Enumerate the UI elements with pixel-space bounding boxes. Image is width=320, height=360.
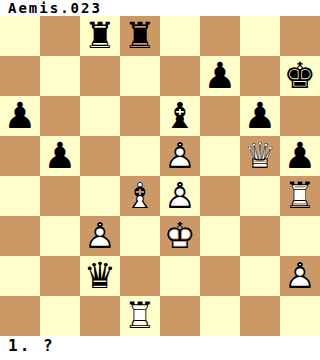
square-b4[interactable] (40, 176, 80, 216)
square-g4[interactable] (240, 176, 280, 216)
square-h2[interactable]: ♟♙ (280, 256, 320, 296)
square-b2[interactable] (40, 256, 80, 296)
white-rook-icon: ♜♖ (280, 176, 320, 216)
piece-solid: ♟ (0, 96, 40, 136)
square-e1[interactable] (160, 296, 200, 336)
square-c5[interactable] (80, 136, 120, 176)
black-pawn-icon: ♟ (40, 136, 80, 176)
piece-solid: ♛ (80, 256, 120, 296)
square-a4[interactable] (0, 176, 40, 216)
square-h5[interactable]: ♟ (280, 136, 320, 176)
chess-board: ♜♜♟♚♟♝♟♟♟♙♛♕♟♝♗♟♙♜♖♟♙♚♔♛♟♙♜♖ (0, 16, 320, 336)
square-g6[interactable]: ♟ (240, 96, 280, 136)
square-d2[interactable] (120, 256, 160, 296)
square-c2[interactable]: ♛ (80, 256, 120, 296)
white-rook-icon: ♜♖ (120, 296, 160, 336)
square-c3[interactable]: ♟♙ (80, 216, 120, 256)
square-c6[interactable] (80, 96, 120, 136)
square-e5[interactable]: ♟♙ (160, 136, 200, 176)
square-e8[interactable] (160, 16, 200, 56)
square-h3[interactable] (280, 216, 320, 256)
square-a1[interactable] (0, 296, 40, 336)
piece-outline: ♗ (120, 176, 160, 216)
black-rook-icon: ♜ (80, 16, 120, 56)
square-a2[interactable] (0, 256, 40, 296)
square-b1[interactable] (40, 296, 80, 336)
square-e3[interactable]: ♚♔ (160, 216, 200, 256)
square-f2[interactable] (200, 256, 240, 296)
square-f3[interactable] (200, 216, 240, 256)
piece-solid: ♚ (280, 56, 320, 96)
square-a5[interactable] (0, 136, 40, 176)
square-b7[interactable] (40, 56, 80, 96)
square-c4[interactable] (80, 176, 120, 216)
black-king-icon: ♚ (280, 56, 320, 96)
white-bishop-icon: ♝♗ (120, 176, 160, 216)
square-h7[interactable]: ♚ (280, 56, 320, 96)
piece-solid: ♟ (280, 136, 320, 176)
black-pawn-icon: ♟ (200, 56, 240, 96)
square-g1[interactable] (240, 296, 280, 336)
square-c7[interactable] (80, 56, 120, 96)
black-queen-icon: ♛ (80, 256, 120, 296)
white-pawn-icon: ♟♙ (80, 216, 120, 256)
square-f5[interactable] (200, 136, 240, 176)
square-b5[interactable]: ♟ (40, 136, 80, 176)
square-g8[interactable] (240, 16, 280, 56)
square-d1[interactable]: ♜♖ (120, 296, 160, 336)
piece-outline: ♙ (160, 176, 200, 216)
square-h6[interactable] (280, 96, 320, 136)
square-g3[interactable] (240, 216, 280, 256)
piece-outline: ♙ (160, 136, 200, 176)
white-queen-icon: ♛♕ (240, 136, 280, 176)
piece-solid: ♝ (160, 96, 200, 136)
piece-outline: ♔ (160, 216, 200, 256)
square-h1[interactable] (280, 296, 320, 336)
square-c1[interactable] (80, 296, 120, 336)
square-e6[interactable]: ♝ (160, 96, 200, 136)
square-d4[interactable]: ♝♗ (120, 176, 160, 216)
square-g2[interactable] (240, 256, 280, 296)
square-a8[interactable] (0, 16, 40, 56)
square-b6[interactable] (40, 96, 80, 136)
square-d5[interactable] (120, 136, 160, 176)
square-b8[interactable] (40, 16, 80, 56)
piece-solid: ♟ (200, 56, 240, 96)
black-pawn-icon: ♟ (0, 96, 40, 136)
square-b3[interactable] (40, 216, 80, 256)
square-d7[interactable] (120, 56, 160, 96)
square-e7[interactable] (160, 56, 200, 96)
black-bishop-icon: ♝ (160, 96, 200, 136)
piece-solid: ♟ (240, 96, 280, 136)
white-pawn-icon: ♟♙ (280, 256, 320, 296)
piece-outline: ♙ (80, 216, 120, 256)
square-d8[interactable]: ♜ (120, 16, 160, 56)
piece-solid: ♜ (80, 16, 120, 56)
black-rook-icon: ♜ (120, 16, 160, 56)
white-pawn-icon: ♟♙ (160, 136, 200, 176)
square-d3[interactable] (120, 216, 160, 256)
piece-solid: ♟ (40, 136, 80, 176)
black-pawn-icon: ♟ (280, 136, 320, 176)
square-h4[interactable]: ♜♖ (280, 176, 320, 216)
piece-outline: ♖ (280, 176, 320, 216)
square-a3[interactable] (0, 216, 40, 256)
piece-outline: ♖ (120, 296, 160, 336)
square-f7[interactable]: ♟ (200, 56, 240, 96)
square-e2[interactable] (160, 256, 200, 296)
square-f1[interactable] (200, 296, 240, 336)
square-h8[interactable] (280, 16, 320, 56)
black-pawn-icon: ♟ (240, 96, 280, 136)
piece-outline: ♕ (240, 136, 280, 176)
square-a7[interactable] (0, 56, 40, 96)
square-f4[interactable] (200, 176, 240, 216)
square-f6[interactable] (200, 96, 240, 136)
square-e4[interactable]: ♟♙ (160, 176, 200, 216)
square-f8[interactable] (200, 16, 240, 56)
square-a6[interactable]: ♟ (0, 96, 40, 136)
piece-solid: ♜ (120, 16, 160, 56)
move-prompt: 1. ? (8, 336, 55, 360)
square-d6[interactable] (120, 96, 160, 136)
problem-title: Aemis.023 (8, 0, 102, 16)
square-g7[interactable] (240, 56, 280, 96)
square-g5[interactable]: ♛♕ (240, 136, 280, 176)
white-king-icon: ♚♔ (160, 216, 200, 256)
square-c8[interactable]: ♜ (80, 16, 120, 56)
piece-outline: ♙ (280, 256, 320, 296)
white-pawn-icon: ♟♙ (160, 176, 200, 216)
